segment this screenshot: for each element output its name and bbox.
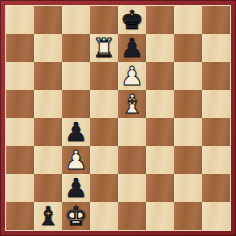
square-e3[interactable] <box>118 146 146 174</box>
square-c8[interactable] <box>62 6 90 34</box>
square-a6[interactable] <box>6 62 34 90</box>
square-d5[interactable] <box>90 90 118 118</box>
square-b2[interactable] <box>34 174 62 202</box>
square-g4[interactable] <box>174 118 202 146</box>
square-g7[interactable] <box>174 34 202 62</box>
square-c5[interactable] <box>62 90 90 118</box>
board-frame: ♚♜♟♟♝♟♟♟♝♚ <box>0 0 236 236</box>
square-e5[interactable]: ♝ <box>118 90 146 118</box>
square-a2[interactable] <box>6 174 34 202</box>
square-h2[interactable] <box>202 174 230 202</box>
square-h8[interactable] <box>202 6 230 34</box>
square-g6[interactable] <box>174 62 202 90</box>
square-f8[interactable] <box>146 6 174 34</box>
chess-board: ♚♜♟♟♝♟♟♟♝♚ <box>5 5 231 231</box>
square-d1[interactable] <box>90 202 118 230</box>
black-king[interactable]: ♚ <box>118 6 146 34</box>
white-rook[interactable]: ♜ <box>90 34 118 62</box>
square-e2[interactable] <box>118 174 146 202</box>
square-c1[interactable]: ♚ <box>62 202 90 230</box>
black-bishop[interactable]: ♝ <box>34 202 62 230</box>
black-pawn[interactable]: ♟ <box>62 174 90 202</box>
square-a8[interactable] <box>6 6 34 34</box>
square-f2[interactable] <box>146 174 174 202</box>
square-f6[interactable] <box>146 62 174 90</box>
white-bishop[interactable]: ♝ <box>118 90 146 118</box>
square-g5[interactable] <box>174 90 202 118</box>
square-a1[interactable] <box>6 202 34 230</box>
square-g3[interactable] <box>174 146 202 174</box>
square-h7[interactable] <box>202 34 230 62</box>
square-f3[interactable] <box>146 146 174 174</box>
square-a3[interactable] <box>6 146 34 174</box>
square-g1[interactable] <box>174 202 202 230</box>
white-pawn[interactable]: ♟ <box>118 62 146 90</box>
square-h1[interactable] <box>202 202 230 230</box>
square-e6[interactable]: ♟ <box>118 62 146 90</box>
square-f1[interactable] <box>146 202 174 230</box>
square-c3[interactable]: ♟ <box>62 146 90 174</box>
square-d2[interactable] <box>90 174 118 202</box>
square-b3[interactable] <box>34 146 62 174</box>
square-f7[interactable] <box>146 34 174 62</box>
black-pawn[interactable]: ♟ <box>118 34 146 62</box>
square-d3[interactable] <box>90 146 118 174</box>
black-pawn[interactable]: ♟ <box>62 118 90 146</box>
square-g8[interactable] <box>174 6 202 34</box>
square-g2[interactable] <box>174 174 202 202</box>
square-h6[interactable] <box>202 62 230 90</box>
square-e8[interactable]: ♚ <box>118 6 146 34</box>
square-e7[interactable]: ♟ <box>118 34 146 62</box>
square-b7[interactable] <box>34 34 62 62</box>
square-d6[interactable] <box>90 62 118 90</box>
square-b5[interactable] <box>34 90 62 118</box>
square-f5[interactable] <box>146 90 174 118</box>
square-c7[interactable] <box>62 34 90 62</box>
square-b8[interactable] <box>34 6 62 34</box>
square-h3[interactable] <box>202 146 230 174</box>
square-c2[interactable]: ♟ <box>62 174 90 202</box>
white-pawn[interactable]: ♟ <box>62 146 90 174</box>
square-d4[interactable] <box>90 118 118 146</box>
square-c6[interactable] <box>62 62 90 90</box>
square-d8[interactable] <box>90 6 118 34</box>
white-king[interactable]: ♚ <box>62 202 90 230</box>
square-d7[interactable]: ♜ <box>90 34 118 62</box>
square-b1[interactable]: ♝ <box>34 202 62 230</box>
square-h4[interactable] <box>202 118 230 146</box>
square-e1[interactable] <box>118 202 146 230</box>
square-f4[interactable] <box>146 118 174 146</box>
square-e4[interactable] <box>118 118 146 146</box>
square-c4[interactable]: ♟ <box>62 118 90 146</box>
square-b4[interactable] <box>34 118 62 146</box>
square-h5[interactable] <box>202 90 230 118</box>
square-a5[interactable] <box>6 90 34 118</box>
square-b6[interactable] <box>34 62 62 90</box>
square-a7[interactable] <box>6 34 34 62</box>
square-a4[interactable] <box>6 118 34 146</box>
